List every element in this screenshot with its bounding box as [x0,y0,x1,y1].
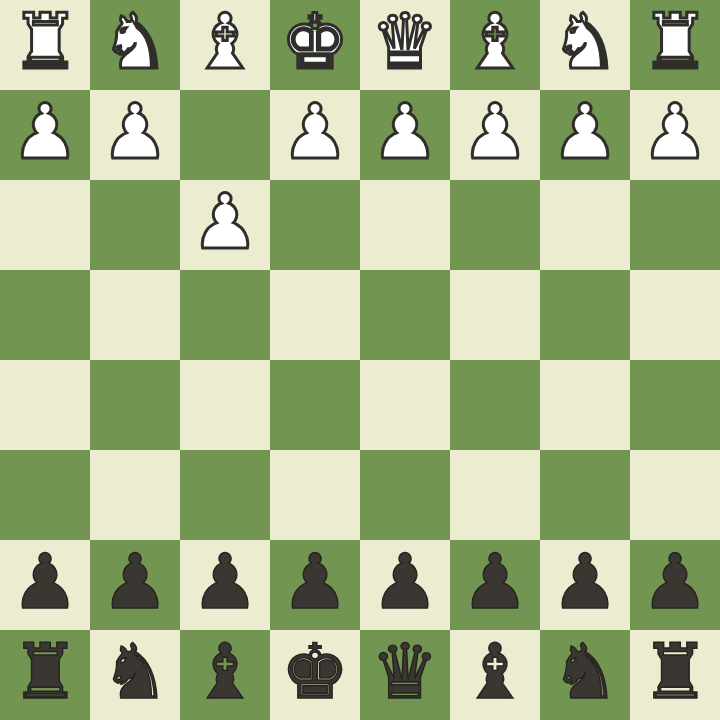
piece-white-rook[interactable]: ♜︎ [641,0,709,87]
square-g4[interactable] [90,270,180,360]
piece-black-pawn[interactable]: ♟︎ [461,537,529,627]
piece-black-pawn[interactable]: ♟︎ [551,537,619,627]
square-c4[interactable] [450,270,540,360]
square-e7[interactable]: ♟︎ [270,540,360,630]
square-c5[interactable] [450,360,540,450]
square-c2[interactable]: ♟︎ [450,90,540,180]
square-a3[interactable] [630,180,720,270]
square-b6[interactable] [540,450,630,540]
piece-black-pawn[interactable]: ♟︎ [11,537,79,627]
piece-black-rook[interactable]: ♜︎ [641,627,709,717]
square-c1[interactable]: ♝︎ [450,0,540,90]
square-b7[interactable]: ♟︎ [540,540,630,630]
square-e4[interactable] [270,270,360,360]
square-g8[interactable]: ♞︎ [90,630,180,720]
square-f6[interactable] [180,450,270,540]
square-d3[interactable] [360,180,450,270]
square-b1[interactable]: ♞︎ [540,0,630,90]
piece-white-pawn[interactable]: ♟︎ [551,87,619,177]
square-h4[interactable] [0,270,90,360]
piece-black-pawn[interactable]: ♟︎ [371,537,439,627]
piece-black-bishop[interactable]: ♝︎ [191,627,259,717]
square-e5[interactable] [270,360,360,450]
square-g7[interactable]: ♟︎ [90,540,180,630]
square-d7[interactable]: ♟︎ [360,540,450,630]
square-e1[interactable]: ♚︎ [270,0,360,90]
piece-white-knight[interactable]: ♞︎ [101,0,169,87]
square-g1[interactable]: ♞︎ [90,0,180,90]
square-h7[interactable]: ♟︎ [0,540,90,630]
piece-black-queen[interactable]: ♛︎ [371,627,439,717]
square-e8[interactable]: ♚︎ [270,630,360,720]
square-e2[interactable]: ♟︎ [270,90,360,180]
piece-white-pawn[interactable]: ♟︎ [281,87,349,177]
square-a6[interactable] [630,450,720,540]
piece-black-bishop[interactable]: ♝︎ [461,627,529,717]
square-b5[interactable] [540,360,630,450]
piece-black-king[interactable]: ♚︎ [281,627,349,717]
square-f4[interactable] [180,270,270,360]
square-g6[interactable] [90,450,180,540]
square-f8[interactable]: ♝︎ [180,630,270,720]
square-f1[interactable]: ♝︎ [180,0,270,90]
square-g2[interactable]: ♟︎ [90,90,180,180]
square-a7[interactable]: ♟︎ [630,540,720,630]
piece-white-queen[interactable]: ♛︎ [371,0,439,87]
square-d8[interactable]: ♛︎ [360,630,450,720]
square-c8[interactable]: ♝︎ [450,630,540,720]
piece-black-knight[interactable]: ♞︎ [101,627,169,717]
square-e3[interactable] [270,180,360,270]
square-c6[interactable] [450,450,540,540]
square-a8[interactable]: ♜︎ [630,630,720,720]
piece-black-pawn[interactable]: ♟︎ [101,537,169,627]
square-e6[interactable] [270,450,360,540]
piece-white-bishop[interactable]: ♝︎ [191,0,259,87]
piece-black-knight[interactable]: ♞︎ [551,627,619,717]
square-f2[interactable] [180,90,270,180]
piece-black-pawn[interactable]: ♟︎ [281,537,349,627]
square-h5[interactable] [0,360,90,450]
square-a5[interactable] [630,360,720,450]
piece-black-pawn[interactable]: ♟︎ [641,537,709,627]
square-f7[interactable]: ♟︎ [180,540,270,630]
piece-white-bishop[interactable]: ♝︎ [461,0,529,87]
piece-white-knight[interactable]: ♞︎ [551,0,619,87]
square-b3[interactable] [540,180,630,270]
square-a2[interactable]: ♟︎ [630,90,720,180]
square-a1[interactable]: ♜︎ [630,0,720,90]
piece-white-pawn[interactable]: ♟︎ [191,177,259,267]
square-f5[interactable] [180,360,270,450]
piece-white-pawn[interactable]: ♟︎ [461,87,529,177]
square-a4[interactable] [630,270,720,360]
square-h1[interactable]: ♜︎ [0,0,90,90]
square-d2[interactable]: ♟︎ [360,90,450,180]
piece-white-pawn[interactable]: ♟︎ [641,87,709,177]
square-f3[interactable]: ♟︎ [180,180,270,270]
square-c7[interactable]: ♟︎ [450,540,540,630]
square-b8[interactable]: ♞︎ [540,630,630,720]
square-d5[interactable] [360,360,450,450]
square-d1[interactable]: ♛︎ [360,0,450,90]
piece-white-pawn[interactable]: ♟︎ [371,87,439,177]
square-b4[interactable] [540,270,630,360]
piece-black-pawn[interactable]: ♟︎ [191,537,259,627]
square-g3[interactable] [90,180,180,270]
square-h8[interactable]: ♜︎ [0,630,90,720]
square-h6[interactable] [0,450,90,540]
square-g5[interactable] [90,360,180,450]
square-d6[interactable] [360,450,450,540]
piece-white-king[interactable]: ♚︎ [281,0,349,87]
square-c3[interactable] [450,180,540,270]
piece-black-rook[interactable]: ♜︎ [11,627,79,717]
square-d4[interactable] [360,270,450,360]
piece-white-rook[interactable]: ♜︎ [11,0,79,87]
piece-white-pawn[interactable]: ♟︎ [11,87,79,177]
square-h3[interactable] [0,180,90,270]
chess-board: ♜︎♞︎♝︎♚︎♛︎♝︎♞︎♜︎♟︎♟︎♟︎♟︎♟︎♟︎♟︎♟︎♟︎♟︎♟︎♟︎… [0,0,720,720]
square-h2[interactable]: ♟︎ [0,90,90,180]
square-b2[interactable]: ♟︎ [540,90,630,180]
piece-white-pawn[interactable]: ♟︎ [101,87,169,177]
